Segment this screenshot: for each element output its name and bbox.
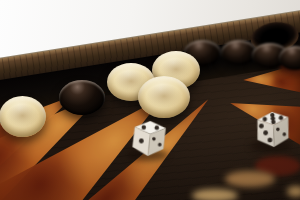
- backgammon-photo-scene: [0, 0, 300, 200]
- die: [252, 108, 294, 152]
- die-faces: [128, 117, 171, 162]
- die: [128, 117, 171, 162]
- die-faces: [252, 108, 294, 152]
- dice-layer: [0, 0, 300, 200]
